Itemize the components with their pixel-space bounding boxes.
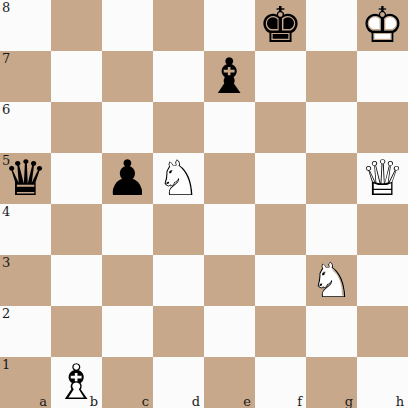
square-h4[interactable] bbox=[357, 204, 408, 255]
file-label-c: c bbox=[142, 395, 149, 408]
square-b4[interactable] bbox=[51, 204, 102, 255]
file-label-a: a bbox=[39, 395, 47, 408]
square-f6[interactable] bbox=[255, 102, 306, 153]
square-a6[interactable]: 6 bbox=[0, 102, 51, 153]
square-c1[interactable]: c bbox=[102, 357, 153, 408]
square-c5[interactable]: ♟ bbox=[102, 153, 153, 204]
file-label-d: d bbox=[192, 395, 200, 408]
square-h1[interactable]: h bbox=[357, 357, 408, 408]
square-b7[interactable] bbox=[51, 51, 102, 102]
piece-black-pawn[interactable]: ♟ bbox=[102, 153, 153, 204]
file-label-h: h bbox=[396, 395, 404, 408]
square-b5[interactable] bbox=[51, 153, 102, 204]
square-b3[interactable] bbox=[51, 255, 102, 306]
square-h8[interactable]: ♚♔ bbox=[357, 0, 408, 51]
square-a8[interactable]: 8 bbox=[0, 0, 51, 51]
square-e1[interactable]: e bbox=[204, 357, 255, 408]
square-f2[interactable] bbox=[255, 306, 306, 357]
square-b6[interactable] bbox=[51, 102, 102, 153]
square-d2[interactable] bbox=[153, 306, 204, 357]
square-e4[interactable] bbox=[204, 204, 255, 255]
square-a3[interactable]: 3 bbox=[0, 255, 51, 306]
square-a5[interactable]: 5♛ bbox=[0, 153, 51, 204]
rank-label-3: 3 bbox=[2, 255, 10, 270]
square-c3[interactable] bbox=[102, 255, 153, 306]
square-a7[interactable]: 7 bbox=[0, 51, 51, 102]
piece-white-queen[interactable]: ♛♕ bbox=[357, 153, 408, 204]
square-c2[interactable] bbox=[102, 306, 153, 357]
square-g5[interactable] bbox=[306, 153, 357, 204]
square-g7[interactable] bbox=[306, 51, 357, 102]
piece-glyph-outline: ♕ bbox=[357, 153, 408, 204]
piece-white-knight[interactable]: ♞♘ bbox=[153, 153, 204, 204]
square-g3[interactable]: ♞♘ bbox=[306, 255, 357, 306]
square-g4[interactable] bbox=[306, 204, 357, 255]
square-c7[interactable] bbox=[102, 51, 153, 102]
square-f3[interactable] bbox=[255, 255, 306, 306]
square-h6[interactable] bbox=[357, 102, 408, 153]
square-b1[interactable]: b♝♗ bbox=[51, 357, 102, 408]
square-e5[interactable] bbox=[204, 153, 255, 204]
square-d5[interactable]: ♞♘ bbox=[153, 153, 204, 204]
square-e7[interactable]: ♝ bbox=[204, 51, 255, 102]
square-e2[interactable] bbox=[204, 306, 255, 357]
piece-black-king[interactable]: ♚ bbox=[255, 0, 306, 51]
rank-label-8: 8 bbox=[2, 0, 10, 15]
square-a4[interactable]: 4 bbox=[0, 204, 51, 255]
square-h5[interactable]: ♛♕ bbox=[357, 153, 408, 204]
square-c8[interactable] bbox=[102, 0, 153, 51]
square-f8[interactable]: ♚ bbox=[255, 0, 306, 51]
square-d6[interactable] bbox=[153, 102, 204, 153]
square-h3[interactable] bbox=[357, 255, 408, 306]
square-f5[interactable] bbox=[255, 153, 306, 204]
square-c4[interactable] bbox=[102, 204, 153, 255]
square-b2[interactable] bbox=[51, 306, 102, 357]
square-f4[interactable] bbox=[255, 204, 306, 255]
square-a2[interactable]: 2 bbox=[0, 306, 51, 357]
square-d8[interactable] bbox=[153, 0, 204, 51]
square-g8[interactable] bbox=[306, 0, 357, 51]
piece-glyph-outline: ♘ bbox=[153, 153, 204, 204]
rank-label-6: 6 bbox=[2, 102, 10, 117]
file-label-g: g bbox=[345, 395, 353, 408]
rank-label-2: 2 bbox=[2, 306, 10, 321]
square-a1[interactable]: 1a bbox=[0, 357, 51, 408]
piece-glyph-outline: ♘ bbox=[306, 255, 357, 306]
piece-white-knight[interactable]: ♞♘ bbox=[306, 255, 357, 306]
square-f1[interactable]: f bbox=[255, 357, 306, 408]
piece-black-queen[interactable]: ♛ bbox=[0, 153, 51, 204]
square-g6[interactable] bbox=[306, 102, 357, 153]
rank-label-7: 7 bbox=[2, 51, 10, 66]
square-e3[interactable] bbox=[204, 255, 255, 306]
square-b8[interactable] bbox=[51, 0, 102, 51]
square-e8[interactable] bbox=[204, 0, 255, 51]
square-d3[interactable] bbox=[153, 255, 204, 306]
square-g1[interactable]: g bbox=[306, 357, 357, 408]
piece-black-bishop[interactable]: ♝ bbox=[204, 51, 255, 102]
square-c6[interactable] bbox=[102, 102, 153, 153]
square-d1[interactable]: d bbox=[153, 357, 204, 408]
file-label-e: e bbox=[243, 395, 251, 408]
rank-label-1: 1 bbox=[2, 357, 10, 372]
piece-white-bishop[interactable]: ♝♗ bbox=[51, 357, 102, 408]
piece-glyph-outline: ♔ bbox=[357, 0, 408, 51]
square-e6[interactable] bbox=[204, 102, 255, 153]
file-label-f: f bbox=[297, 395, 302, 408]
chess-board: 8♚♚♔7♝65♛♟♞♘♛♕43♞♘21ab♝♗cdefgh bbox=[0, 0, 408, 408]
square-d7[interactable] bbox=[153, 51, 204, 102]
piece-glyph-outline: ♗ bbox=[51, 357, 102, 408]
square-h2[interactable] bbox=[357, 306, 408, 357]
square-h7[interactable] bbox=[357, 51, 408, 102]
square-g2[interactable] bbox=[306, 306, 357, 357]
square-f7[interactable] bbox=[255, 51, 306, 102]
piece-white-king[interactable]: ♚♔ bbox=[357, 0, 408, 51]
square-d4[interactable] bbox=[153, 204, 204, 255]
